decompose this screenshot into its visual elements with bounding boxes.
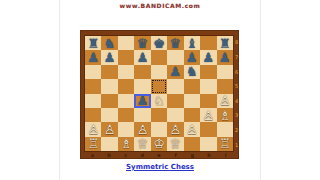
white-queen: ♕: [134, 137, 150, 151]
video-left-edge: [59, 0, 60, 180]
white-knight: ♘: [151, 94, 167, 108]
bandicam-watermark: www.BANDICAM.com: [0, 2, 320, 9]
square-i3[interactable]: ♗: [217, 108, 233, 122]
square-i1[interactable]: ♖: [217, 137, 233, 151]
rank-label-5: 5: [234, 79, 239, 94]
square-a4[interactable]: [85, 94, 101, 108]
video-frame: www.BANDICAM.com ♜♞♛♚♛♝♜♟♟♟♟♟♟♟♞♟♘♙♙♗♙♙♙…: [0, 0, 320, 180]
square-a8[interactable]: ♜: [85, 36, 101, 50]
square-i2[interactable]: [217, 122, 233, 136]
white-rook: ♖: [217, 137, 233, 151]
square-h3[interactable]: ♙: [200, 108, 216, 122]
square-b5[interactable]: [101, 79, 117, 93]
square-e2[interactable]: [151, 122, 167, 136]
white-pawn: ♙: [134, 122, 150, 136]
chess-board: ♜♞♛♚♛♝♜♟♟♟♟♟♟♟♞♟♘♙♙♗♙♙♙♙♙♖♗♕♔♕♖ 87654321…: [80, 30, 239, 159]
square-b1[interactable]: [101, 137, 117, 151]
square-i6[interactable]: [217, 65, 233, 79]
file-label-b: b: [101, 152, 118, 159]
white-pawn: ♙: [200, 108, 216, 122]
white-queen: ♕: [167, 137, 183, 151]
black-pawn: ♟: [217, 50, 233, 64]
rank-label-1: 1: [234, 137, 239, 152]
black-rook: ♜: [217, 36, 233, 50]
square-h1[interactable]: [200, 137, 216, 151]
black-pawn: ♟: [134, 94, 150, 108]
square-e7[interactable]: [151, 50, 167, 64]
square-c8[interactable]: [118, 36, 134, 50]
square-h6[interactable]: [200, 65, 216, 79]
square-i7[interactable]: ♟: [217, 50, 233, 64]
rank-labels: 87654321: [234, 35, 239, 152]
white-pawn: ♙: [217, 94, 233, 108]
square-e3[interactable]: [151, 108, 167, 122]
square-e1[interactable]: ♔: [151, 137, 167, 151]
file-label-i: i: [217, 152, 234, 159]
square-b3[interactable]: [101, 108, 117, 122]
square-g2[interactable]: ♙: [184, 122, 200, 136]
file-label-d: d: [134, 152, 151, 159]
square-f7[interactable]: [167, 50, 183, 64]
square-g6[interactable]: ♞: [184, 65, 200, 79]
square-c1[interactable]: ♗: [118, 137, 134, 151]
white-pawn: ♙: [85, 122, 101, 136]
square-d5[interactable]: [134, 79, 150, 93]
square-h2[interactable]: [200, 122, 216, 136]
square-g1[interactable]: [184, 137, 200, 151]
white-pawn: ♙: [184, 122, 200, 136]
square-b2[interactable]: ♙: [101, 122, 117, 136]
square-h5[interactable]: [200, 79, 216, 93]
selected-square-marker: [134, 94, 150, 108]
square-d8[interactable]: ♛: [134, 36, 150, 50]
white-bishop: ♗: [217, 108, 233, 122]
black-pawn: ♟: [134, 50, 150, 64]
square-c2[interactable]: [118, 122, 134, 136]
square-a7[interactable]: ♟: [85, 50, 101, 64]
square-a2[interactable]: ♙: [85, 122, 101, 136]
square-c4[interactable]: [118, 94, 134, 108]
rank-label-2: 2: [234, 123, 239, 138]
square-b4[interactable]: [101, 94, 117, 108]
square-i8[interactable]: ♜: [217, 36, 233, 50]
board-grid: ♜♞♛♚♛♝♜♟♟♟♟♟♟♟♞♟♘♙♙♗♙♙♙♙♙♖♗♕♔♕♖: [84, 35, 234, 152]
square-b7[interactable]: ♟: [101, 50, 117, 64]
square-e8[interactable]: ♚: [151, 36, 167, 50]
black-rook: ♜: [85, 36, 101, 50]
rank-label-4: 4: [234, 94, 239, 109]
rank-label-7: 7: [234, 50, 239, 65]
square-e5[interactable]: [151, 79, 167, 93]
square-g4[interactable]: [184, 94, 200, 108]
square-f1[interactable]: ♕: [167, 137, 183, 151]
black-queen: ♛: [167, 36, 183, 50]
file-label-g: g: [184, 152, 201, 159]
square-i5[interactable]: [217, 79, 233, 93]
last-move-origin-marker: [152, 80, 166, 92]
square-e6[interactable]: [151, 65, 167, 79]
file-label-c: c: [117, 152, 134, 159]
square-h7[interactable]: ♟: [200, 50, 216, 64]
black-pawn: ♟: [184, 50, 200, 64]
square-a6[interactable]: [85, 65, 101, 79]
black-pawn: ♟: [101, 50, 117, 64]
black-knight: ♞: [101, 36, 117, 50]
white-pawn: ♙: [167, 122, 183, 136]
black-pawn: ♟: [85, 50, 101, 64]
black-bishop: ♝: [184, 36, 200, 50]
square-d4[interactable]: ♟: [134, 94, 150, 108]
square-d3[interactable]: [134, 108, 150, 122]
square-f8[interactable]: ♛: [167, 36, 183, 50]
square-c7[interactable]: [118, 50, 134, 64]
file-label-f: f: [167, 152, 184, 159]
square-a3[interactable]: [85, 108, 101, 122]
rank-label-3: 3: [234, 108, 239, 123]
square-f4[interactable]: [167, 94, 183, 108]
rank-label-8: 8: [234, 35, 239, 50]
black-pawn: ♟: [167, 65, 183, 79]
square-f6[interactable]: ♟: [167, 65, 183, 79]
square-e4[interactable]: ♘: [151, 94, 167, 108]
square-b8[interactable]: ♞: [101, 36, 117, 50]
white-pawn: ♙: [101, 122, 117, 136]
square-b6[interactable]: [101, 65, 117, 79]
video-right-edge: [260, 0, 261, 180]
square-g7[interactable]: ♟: [184, 50, 200, 64]
square-h4[interactable]: [200, 94, 216, 108]
black-knight: ♞: [184, 65, 200, 79]
square-d1[interactable]: ♕: [134, 137, 150, 151]
square-a1[interactable]: ♖: [85, 137, 101, 151]
file-labels: abcdefghi: [84, 152, 234, 159]
square-i4[interactable]: ♙: [217, 94, 233, 108]
black-king: ♚: [151, 36, 167, 50]
square-d7[interactable]: ♟: [134, 50, 150, 64]
black-queen: ♛: [134, 36, 150, 50]
white-rook: ♖: [85, 137, 101, 151]
square-d6[interactable]: [134, 65, 150, 79]
square-g5[interactable]: [184, 79, 200, 93]
white-king: ♔: [151, 137, 167, 151]
rank-label-6: 6: [234, 64, 239, 79]
square-c5[interactable]: [118, 79, 134, 93]
caption-link[interactable]: Symmetric Chess: [0, 163, 320, 171]
square-c6[interactable]: [118, 65, 134, 79]
file-label-h: h: [201, 152, 218, 159]
square-f2[interactable]: ♙: [167, 122, 183, 136]
square-f5[interactable]: [167, 79, 183, 93]
square-d2[interactable]: ♙: [134, 122, 150, 136]
white-bishop: ♗: [118, 137, 134, 151]
file-label-e: e: [151, 152, 168, 159]
square-a5[interactable]: [85, 79, 101, 93]
square-c3[interactable]: [118, 108, 134, 122]
square-h8[interactable]: [200, 36, 216, 50]
file-label-a: a: [84, 152, 101, 159]
square-f3[interactable]: [167, 108, 183, 122]
square-g3[interactable]: [184, 108, 200, 122]
black-pawn: ♟: [200, 50, 216, 64]
square-g8[interactable]: ♝: [184, 36, 200, 50]
